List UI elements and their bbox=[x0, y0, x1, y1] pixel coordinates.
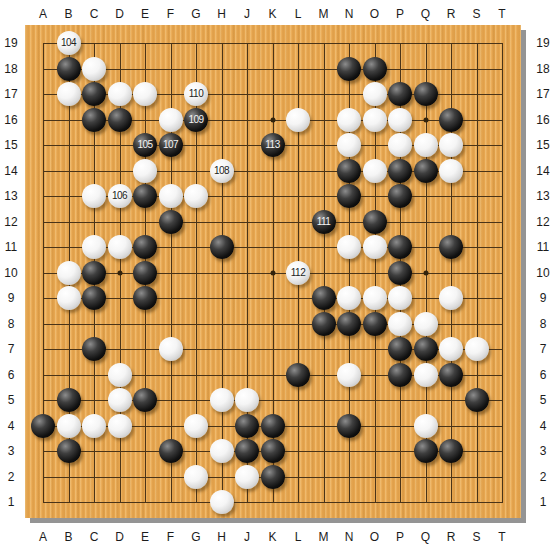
coord-bottom-N: N bbox=[345, 531, 354, 543]
coord-bottom-F: F bbox=[167, 531, 174, 543]
stone-J4 bbox=[235, 414, 259, 438]
coord-right-19: 19 bbox=[536, 37, 549, 49]
stone-C16 bbox=[82, 108, 106, 132]
coord-right-10: 10 bbox=[536, 267, 549, 279]
coord-right-11: 11 bbox=[537, 241, 549, 253]
move-number-label: 105 bbox=[137, 140, 152, 150]
grid-line-horizontal bbox=[43, 298, 503, 299]
coord-top-P: P bbox=[396, 8, 404, 20]
stone-P14 bbox=[388, 159, 412, 183]
stone-B10 bbox=[57, 261, 81, 285]
stone-C9 bbox=[82, 286, 106, 310]
coord-bottom-D: D bbox=[115, 531, 124, 543]
stone-D11 bbox=[108, 235, 132, 259]
grid-line-horizontal bbox=[43, 502, 503, 503]
stone-H1 bbox=[210, 490, 234, 514]
stone-S7 bbox=[465, 337, 489, 361]
move-number-label: 108 bbox=[214, 166, 229, 176]
stone-P10 bbox=[388, 261, 412, 285]
stone-M8 bbox=[312, 312, 336, 336]
stone-F13 bbox=[159, 184, 183, 208]
stone-N15 bbox=[337, 133, 361, 157]
stone-P7 bbox=[388, 337, 412, 361]
stone-K4 bbox=[261, 414, 285, 438]
star-point bbox=[423, 270, 428, 275]
coord-bottom-M: M bbox=[319, 531, 329, 543]
stone-N11 bbox=[337, 235, 361, 259]
stone-N4 bbox=[337, 414, 361, 438]
coord-left-6: 6 bbox=[8, 369, 15, 381]
stone-D17 bbox=[108, 82, 132, 106]
coord-bottom-C: C bbox=[90, 531, 99, 543]
stone-B5 bbox=[57, 388, 81, 412]
stone-L16 bbox=[286, 108, 310, 132]
stone-J2 bbox=[235, 465, 259, 489]
stone-move-108: 108 bbox=[210, 159, 234, 183]
go-board[interactable]: 104110109105107113108106111112 bbox=[25, 25, 521, 518]
stone-O16 bbox=[363, 108, 387, 132]
stone-P6 bbox=[388, 363, 412, 387]
stone-E5 bbox=[133, 388, 157, 412]
stone-R15 bbox=[439, 133, 463, 157]
coord-right-5: 5 bbox=[540, 394, 547, 406]
stone-move-107: 107 bbox=[159, 133, 183, 157]
stone-R11 bbox=[439, 235, 463, 259]
stone-C17 bbox=[82, 82, 106, 106]
stone-N6 bbox=[337, 363, 361, 387]
coord-left-10: 10 bbox=[4, 267, 17, 279]
stone-Q14 bbox=[414, 159, 438, 183]
coord-top-G: G bbox=[191, 8, 200, 20]
coord-top-B: B bbox=[64, 8, 72, 20]
coord-top-M: M bbox=[319, 8, 329, 20]
stone-move-112: 112 bbox=[286, 261, 310, 285]
coord-left-18: 18 bbox=[4, 63, 17, 75]
stone-move-104: 104 bbox=[57, 31, 81, 55]
coord-top-A: A bbox=[39, 8, 47, 20]
coord-bottom-J: J bbox=[244, 531, 250, 543]
coord-left-7: 7 bbox=[8, 343, 15, 355]
stone-D6 bbox=[108, 363, 132, 387]
coord-bottom-L: L bbox=[295, 531, 302, 543]
coord-bottom-H: H bbox=[217, 531, 226, 543]
go-diagram-page: 104110109105107113108106111112 ABCDEFGHJ… bbox=[0, 0, 550, 550]
coord-left-4: 4 bbox=[8, 420, 15, 432]
coord-right-3: 3 bbox=[540, 445, 547, 457]
coord-left-9: 9 bbox=[8, 292, 15, 304]
stone-F16 bbox=[159, 108, 183, 132]
stone-E9 bbox=[133, 286, 157, 310]
stone-E13 bbox=[133, 184, 157, 208]
coord-left-17: 17 bbox=[4, 88, 17, 100]
coord-right-1: 1 bbox=[540, 496, 547, 508]
stone-G4 bbox=[184, 414, 208, 438]
coord-right-2: 2 bbox=[540, 471, 547, 483]
coord-top-C: C bbox=[90, 8, 99, 20]
coord-bottom-P: P bbox=[396, 531, 404, 543]
coord-bottom-G: G bbox=[191, 531, 200, 543]
move-number-label: 110 bbox=[189, 89, 203, 99]
coord-top-O: O bbox=[370, 8, 379, 20]
stone-C4 bbox=[82, 414, 106, 438]
coord-right-18: 18 bbox=[536, 63, 549, 75]
stone-H3 bbox=[210, 439, 234, 463]
move-number-label: 112 bbox=[291, 268, 305, 278]
stone-C7 bbox=[82, 337, 106, 361]
stone-O12 bbox=[363, 210, 387, 234]
coord-right-12: 12 bbox=[536, 216, 549, 228]
move-number-label: 109 bbox=[188, 115, 203, 125]
stone-C10 bbox=[82, 261, 106, 285]
stone-move-110: 110 bbox=[184, 82, 208, 106]
stone-E10 bbox=[133, 261, 157, 285]
stone-B17 bbox=[57, 82, 81, 106]
star-point bbox=[270, 117, 275, 122]
stone-O11 bbox=[363, 235, 387, 259]
stone-O17 bbox=[363, 82, 387, 106]
coord-right-6: 6 bbox=[540, 369, 547, 381]
move-number-label: 107 bbox=[163, 140, 178, 150]
coord-left-16: 16 bbox=[4, 114, 17, 126]
stone-N16 bbox=[337, 108, 361, 132]
stone-Q15 bbox=[414, 133, 438, 157]
stone-move-109: 109 bbox=[184, 108, 208, 132]
coord-bottom-A: A bbox=[39, 531, 47, 543]
stone-F3 bbox=[159, 439, 183, 463]
move-number-label: 113 bbox=[265, 140, 279, 150]
stone-B4 bbox=[57, 414, 81, 438]
coord-right-17: 17 bbox=[536, 88, 549, 100]
coord-right-13: 13 bbox=[536, 190, 549, 202]
coord-left-19: 19 bbox=[4, 37, 17, 49]
stone-B3 bbox=[57, 439, 81, 463]
stone-J5 bbox=[235, 388, 259, 412]
stone-K2 bbox=[261, 465, 285, 489]
stone-Q8 bbox=[414, 312, 438, 336]
coord-right-8: 8 bbox=[540, 318, 547, 330]
coord-left-11: 11 bbox=[5, 241, 17, 253]
coord-top-S: S bbox=[472, 8, 480, 20]
stone-R7 bbox=[439, 337, 463, 361]
coord-bottom-K: K bbox=[268, 531, 276, 543]
move-number-label: 104 bbox=[61, 38, 76, 48]
stone-O14 bbox=[363, 159, 387, 183]
stone-E14 bbox=[133, 159, 157, 183]
stone-R9 bbox=[439, 286, 463, 310]
coord-right-16: 16 bbox=[536, 114, 549, 126]
stone-P15 bbox=[388, 133, 412, 157]
stone-B18 bbox=[57, 57, 81, 81]
stone-J3 bbox=[235, 439, 259, 463]
coord-right-15: 15 bbox=[536, 139, 549, 151]
stone-P11 bbox=[388, 235, 412, 259]
coord-bottom-E: E bbox=[141, 531, 149, 543]
stone-R3 bbox=[439, 439, 463, 463]
star-point bbox=[117, 270, 122, 275]
coord-bottom-B: B bbox=[64, 531, 72, 543]
coord-left-8: 8 bbox=[8, 318, 15, 330]
move-number-label: 106 bbox=[112, 191, 127, 201]
coord-right-9: 9 bbox=[540, 292, 547, 304]
stone-O8 bbox=[363, 312, 387, 336]
stone-R14 bbox=[439, 159, 463, 183]
stone-N9 bbox=[337, 286, 361, 310]
stone-Q3 bbox=[414, 439, 438, 463]
stone-F12 bbox=[159, 210, 183, 234]
move-number-label: 111 bbox=[317, 217, 331, 227]
coord-top-E: E bbox=[141, 8, 149, 20]
coord-top-J: J bbox=[244, 8, 250, 20]
stone-G13 bbox=[184, 184, 208, 208]
stone-D5 bbox=[108, 388, 132, 412]
coord-top-K: K bbox=[268, 8, 276, 20]
stone-P16 bbox=[388, 108, 412, 132]
coord-bottom-Q: Q bbox=[421, 531, 430, 543]
stone-P9 bbox=[388, 286, 412, 310]
stone-C13 bbox=[82, 184, 106, 208]
stone-N18 bbox=[337, 57, 361, 81]
stone-N13 bbox=[337, 184, 361, 208]
stone-C18 bbox=[82, 57, 106, 81]
coord-left-1: 1 bbox=[8, 496, 15, 508]
coord-top-T: T bbox=[498, 8, 505, 20]
coord-right-7: 7 bbox=[540, 343, 547, 355]
coord-left-2: 2 bbox=[8, 471, 15, 483]
coord-left-3: 3 bbox=[8, 445, 15, 457]
coord-left-14: 14 bbox=[4, 165, 17, 177]
stone-H11 bbox=[210, 235, 234, 259]
coord-left-13: 13 bbox=[4, 190, 17, 202]
coord-left-5: 5 bbox=[8, 394, 15, 406]
stone-Q7 bbox=[414, 337, 438, 361]
stone-P8 bbox=[388, 312, 412, 336]
stone-R6 bbox=[439, 363, 463, 387]
stone-A4 bbox=[31, 414, 55, 438]
stone-D4 bbox=[108, 414, 132, 438]
coord-top-H: H bbox=[217, 8, 226, 20]
coord-bottom-O: O bbox=[370, 531, 379, 543]
stone-L6 bbox=[286, 363, 310, 387]
stone-move-106: 106 bbox=[108, 184, 132, 208]
stone-G2 bbox=[184, 465, 208, 489]
coord-top-D: D bbox=[115, 8, 124, 20]
star-point bbox=[270, 270, 275, 275]
coord-left-15: 15 bbox=[4, 139, 17, 151]
coord-bottom-R: R bbox=[447, 531, 456, 543]
stone-E17 bbox=[133, 82, 157, 106]
stone-D16 bbox=[108, 108, 132, 132]
coord-bottom-T: T bbox=[498, 531, 505, 543]
stone-move-111: 111 bbox=[312, 210, 336, 234]
coord-top-R: R bbox=[447, 8, 456, 20]
coord-left-12: 12 bbox=[4, 216, 17, 228]
coord-top-N: N bbox=[345, 8, 354, 20]
stone-C11 bbox=[82, 235, 106, 259]
stone-H5 bbox=[210, 388, 234, 412]
coord-top-L: L bbox=[295, 8, 302, 20]
coord-right-4: 4 bbox=[540, 420, 547, 432]
stone-F7 bbox=[159, 337, 183, 361]
stone-K3 bbox=[261, 439, 285, 463]
stone-Q6 bbox=[414, 363, 438, 387]
stone-P13 bbox=[388, 184, 412, 208]
stone-E11 bbox=[133, 235, 157, 259]
stone-move-105: 105 bbox=[133, 133, 157, 157]
stone-Q17 bbox=[414, 82, 438, 106]
stone-N14 bbox=[337, 159, 361, 183]
grid-line-vertical bbox=[502, 43, 503, 502]
stone-move-113: 113 bbox=[261, 133, 285, 157]
coord-top-F: F bbox=[167, 8, 174, 20]
stone-S5 bbox=[465, 388, 489, 412]
stone-M9 bbox=[312, 286, 336, 310]
coord-bottom-S: S bbox=[472, 531, 480, 543]
stone-Q4 bbox=[414, 414, 438, 438]
stone-P17 bbox=[388, 82, 412, 106]
coord-top-Q: Q bbox=[421, 8, 430, 20]
star-point bbox=[423, 117, 428, 122]
stone-B9 bbox=[57, 286, 81, 310]
grid-line-vertical bbox=[477, 43, 478, 502]
coord-right-14: 14 bbox=[536, 165, 549, 177]
stone-O9 bbox=[363, 286, 387, 310]
stone-O18 bbox=[363, 57, 387, 81]
grid-line-vertical bbox=[324, 43, 325, 502]
stone-N8 bbox=[337, 312, 361, 336]
stone-R16 bbox=[439, 108, 463, 132]
